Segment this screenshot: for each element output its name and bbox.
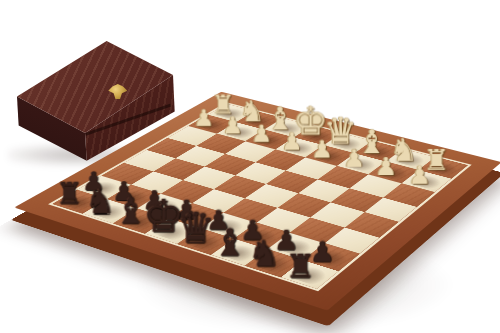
white-pawn-piece[interactable]: ♟ — [378, 163, 460, 188]
square[interactable] — [331, 188, 383, 212]
product-photo-scene: ♜♞♝♚♛♝♞♜♟♟♟♟♟♟♟♟♟♟♟♟♟♟♟♟♜♞♝♚♛♝♞♜ — [0, 0, 500, 333]
black-rook-piece[interactable]: ♜ — [254, 250, 347, 283]
square[interactable]: ♜ — [280, 260, 338, 289]
